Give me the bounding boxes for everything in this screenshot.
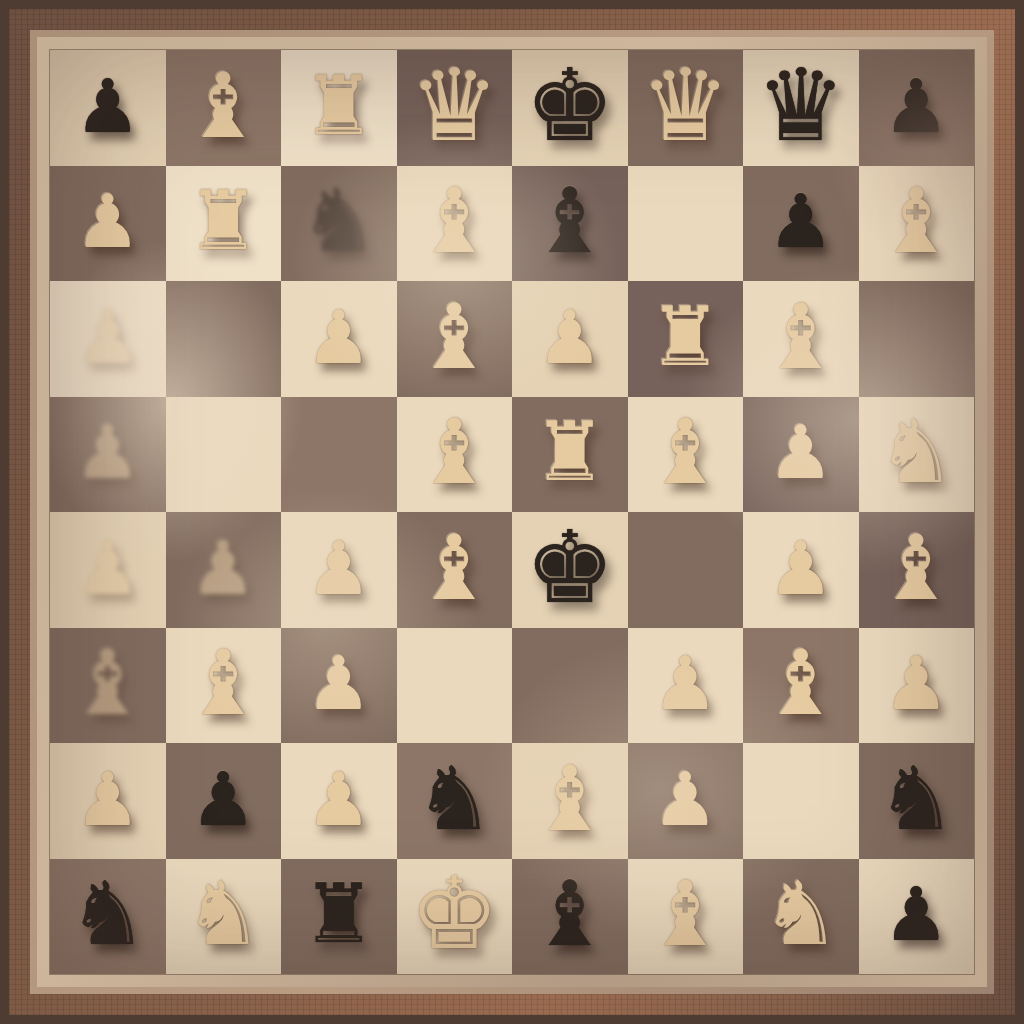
square-b3[interactable]: ♝ bbox=[166, 628, 282, 744]
piece-white-bishop-d6[interactable]: ♝ bbox=[414, 292, 495, 382]
piece-white-knight-b1[interactable]: ♞ bbox=[184, 870, 263, 958]
piece-white-pawn-g5[interactable]: ♟ bbox=[768, 415, 834, 489]
square-d1[interactable]: ♚ bbox=[397, 859, 513, 975]
square-c4[interactable]: ♟ bbox=[281, 512, 397, 628]
square-a5[interactable]: ♟ bbox=[50, 397, 166, 513]
square-g7[interactable]: ♟ bbox=[743, 166, 859, 282]
square-c2[interactable]: ♟ bbox=[281, 743, 397, 859]
piece-white-king-d1[interactable]: ♚ bbox=[409, 864, 499, 964]
square-b4[interactable]: ♟ bbox=[166, 512, 282, 628]
square-e1[interactable]: ♝ bbox=[512, 859, 628, 975]
piece-black-pawn-b2[interactable]: ♟ bbox=[190, 762, 256, 836]
square-e5[interactable]: ♜ bbox=[512, 397, 628, 513]
chess-board: ♟♝♜♛♚♛♛♟♟♜♞♝♝♟♝♟♟♝♟♜♝♟♝♜♝♟♞♟♟♟♝♚♟♝♝♝♟♟♝♟… bbox=[50, 50, 974, 974]
piece-white-pawn-g4[interactable]: ♟ bbox=[768, 531, 834, 605]
square-d7[interactable]: ♝ bbox=[397, 166, 513, 282]
square-g3[interactable]: ♝ bbox=[743, 628, 859, 744]
square-f6[interactable]: ♜ bbox=[628, 281, 744, 397]
piece-white-knight-h5[interactable]: ♞ bbox=[877, 408, 956, 496]
board-frame-outer-edge: ♟♝♜♛♚♛♛♟♟♜♞♝♝♟♝♟♟♝♟♜♝♟♝♜♝♟♞♟♟♟♝♚♟♝♝♝♟♟♝♟… bbox=[0, 0, 1024, 1024]
piece-white-pawn-c2[interactable]: ♟ bbox=[306, 762, 372, 836]
square-d2[interactable]: ♞ bbox=[397, 743, 513, 859]
square-d8[interactable]: ♛ bbox=[397, 50, 513, 166]
square-c1[interactable]: ♜ bbox=[281, 859, 397, 975]
square-h3[interactable]: ♟ bbox=[859, 628, 975, 744]
piece-white-pawn-c4[interactable]: ♟ bbox=[306, 531, 372, 605]
square-c3[interactable]: ♟ bbox=[281, 628, 397, 744]
square-e4[interactable]: ♚ bbox=[512, 512, 628, 628]
piece-white-pawn-e6[interactable]: ♟ bbox=[537, 300, 603, 374]
piece-black-bishop-e1[interactable]: ♝ bbox=[529, 869, 610, 959]
piece-black-knight-c7[interactable]: ♞ bbox=[299, 177, 378, 265]
piece-white-bishop-d5[interactable]: ♝ bbox=[414, 407, 495, 497]
piece-black-pawn-h1[interactable]: ♟ bbox=[883, 877, 949, 951]
square-g8[interactable]: ♛ bbox=[743, 50, 859, 166]
piece-white-bishop-b8[interactable]: ♝ bbox=[183, 61, 264, 151]
piece-white-pawn-a4[interactable]: ♟ bbox=[75, 531, 141, 605]
square-h7[interactable]: ♝ bbox=[859, 166, 975, 282]
piece-white-bishop-f1[interactable]: ♝ bbox=[645, 869, 726, 959]
board-frame-inner-lip: ♟♝♜♛♚♛♛♟♟♜♞♝♝♟♝♟♟♝♟♜♝♟♝♜♝♟♞♟♟♟♝♚♟♝♝♝♟♟♝♟… bbox=[30, 30, 994, 994]
piece-white-pawn-c6[interactable]: ♟ bbox=[306, 300, 372, 374]
square-h4[interactable]: ♝ bbox=[859, 512, 975, 628]
piece-white-bishop-g3[interactable]: ♝ bbox=[760, 638, 841, 728]
square-f8[interactable]: ♛ bbox=[628, 50, 744, 166]
square-c6[interactable]: ♟ bbox=[281, 281, 397, 397]
piece-black-knight-h2[interactable]: ♞ bbox=[877, 755, 956, 843]
square-a1[interactable]: ♞ bbox=[50, 859, 166, 975]
piece-black-rook-c1[interactable]: ♜ bbox=[302, 873, 376, 955]
square-d3[interactable] bbox=[397, 628, 513, 744]
square-c5[interactable] bbox=[281, 397, 397, 513]
piece-white-bishop-f5[interactable]: ♝ bbox=[645, 407, 726, 497]
piece-white-knight-g1[interactable]: ♞ bbox=[761, 870, 840, 958]
piece-white-bishop-d4[interactable]: ♝ bbox=[414, 523, 495, 613]
square-h2[interactable]: ♞ bbox=[859, 743, 975, 859]
square-b5[interactable] bbox=[166, 397, 282, 513]
piece-white-pawn-a2[interactable]: ♟ bbox=[75, 762, 141, 836]
piece-white-pawn-b4[interactable]: ♟ bbox=[190, 531, 256, 605]
piece-black-knight-a1[interactable]: ♞ bbox=[68, 870, 147, 958]
piece-white-queen-f8[interactable]: ♛ bbox=[640, 56, 730, 156]
piece-white-pawn-c3[interactable]: ♟ bbox=[306, 646, 372, 720]
square-f2[interactable]: ♟ bbox=[628, 743, 744, 859]
square-d5[interactable]: ♝ bbox=[397, 397, 513, 513]
square-a4[interactable]: ♟ bbox=[50, 512, 166, 628]
piece-white-bishop-h7[interactable]: ♝ bbox=[876, 176, 957, 266]
piece-white-pawn-a7[interactable]: ♟ bbox=[75, 184, 141, 258]
square-d6[interactable]: ♝ bbox=[397, 281, 513, 397]
square-f4[interactable] bbox=[628, 512, 744, 628]
square-e8[interactable]: ♚ bbox=[512, 50, 628, 166]
board-wooden-frame: ♟♝♜♛♚♛♛♟♟♜♞♝♝♟♝♟♟♝♟♜♝♟♝♜♝♟♞♟♟♟♝♚♟♝♝♝♟♟♝♟… bbox=[9, 9, 1015, 1015]
piece-white-pawn-h3[interactable]: ♟ bbox=[883, 646, 949, 720]
square-g6[interactable]: ♝ bbox=[743, 281, 859, 397]
square-e7[interactable]: ♝ bbox=[512, 166, 628, 282]
square-c8[interactable]: ♜ bbox=[281, 50, 397, 166]
square-b8[interactable]: ♝ bbox=[166, 50, 282, 166]
square-a6[interactable]: ♟ bbox=[50, 281, 166, 397]
piece-white-rook-e5[interactable]: ♜ bbox=[533, 411, 607, 493]
square-f3[interactable]: ♟ bbox=[628, 628, 744, 744]
piece-white-queen-d8[interactable]: ♛ bbox=[409, 56, 499, 156]
piece-white-pawn-a5[interactable]: ♟ bbox=[75, 415, 141, 489]
square-g4[interactable]: ♟ bbox=[743, 512, 859, 628]
piece-white-bishop-d7[interactable]: ♝ bbox=[414, 176, 495, 266]
piece-white-rook-f6[interactable]: ♜ bbox=[648, 296, 722, 378]
square-b6[interactable] bbox=[166, 281, 282, 397]
square-e3[interactable] bbox=[512, 628, 628, 744]
square-f5[interactable]: ♝ bbox=[628, 397, 744, 513]
square-b7[interactable]: ♜ bbox=[166, 166, 282, 282]
piece-white-bishop-a3[interactable]: ♝ bbox=[67, 638, 148, 728]
square-a2[interactable]: ♟ bbox=[50, 743, 166, 859]
board-apron: ♟♝♜♛♚♛♛♟♟♜♞♝♝♟♝♟♟♝♟♜♝♟♝♜♝♟♞♟♟♟♝♚♟♝♝♝♟♟♝♟… bbox=[37, 37, 987, 987]
square-h8[interactable]: ♟ bbox=[859, 50, 975, 166]
square-h5[interactable]: ♞ bbox=[859, 397, 975, 513]
piece-white-bishop-h4[interactable]: ♝ bbox=[876, 523, 957, 613]
square-c7[interactable]: ♞ bbox=[281, 166, 397, 282]
square-g5[interactable]: ♟ bbox=[743, 397, 859, 513]
piece-white-rook-b7[interactable]: ♜ bbox=[186, 180, 260, 262]
piece-black-pawn-a8[interactable]: ♟ bbox=[75, 69, 141, 143]
square-e6[interactable]: ♟ bbox=[512, 281, 628, 397]
piece-black-pawn-h8[interactable]: ♟ bbox=[883, 69, 949, 143]
square-f1[interactable]: ♝ bbox=[628, 859, 744, 975]
square-a7[interactable]: ♟ bbox=[50, 166, 166, 282]
piece-black-king-e4[interactable]: ♚ bbox=[525, 518, 615, 618]
piece-black-king-e8[interactable]: ♚ bbox=[525, 56, 615, 156]
square-b2[interactable]: ♟ bbox=[166, 743, 282, 859]
piece-black-bishop-e7[interactable]: ♝ bbox=[529, 176, 610, 266]
piece-white-pawn-f2[interactable]: ♟ bbox=[652, 762, 718, 836]
square-a3[interactable]: ♝ bbox=[50, 628, 166, 744]
piece-black-pawn-g7[interactable]: ♟ bbox=[768, 184, 834, 258]
square-g1[interactable]: ♞ bbox=[743, 859, 859, 975]
square-h6[interactable] bbox=[859, 281, 975, 397]
chess-photo-scene: ♟♝♜♛♚♛♛♟♟♜♞♝♝♟♝♟♟♝♟♜♝♟♝♜♝♟♞♟♟♟♝♚♟♝♝♝♟♟♝♟… bbox=[0, 0, 1024, 1024]
piece-black-queen-g8[interactable]: ♛ bbox=[756, 56, 846, 156]
piece-black-knight-d2[interactable]: ♞ bbox=[415, 755, 494, 843]
piece-white-bishop-e2[interactable]: ♝ bbox=[529, 754, 610, 844]
piece-white-bishop-g6[interactable]: ♝ bbox=[760, 292, 841, 382]
square-a8[interactable]: ♟ bbox=[50, 50, 166, 166]
square-g2[interactable] bbox=[743, 743, 859, 859]
square-h1[interactable]: ♟ bbox=[859, 859, 975, 975]
piece-white-pawn-a6[interactable]: ♟ bbox=[75, 300, 141, 374]
piece-white-pawn-f3[interactable]: ♟ bbox=[652, 646, 718, 720]
square-e2[interactable]: ♝ bbox=[512, 743, 628, 859]
square-b1[interactable]: ♞ bbox=[166, 859, 282, 975]
piece-white-bishop-b3[interactable]: ♝ bbox=[183, 638, 264, 728]
square-f7[interactable] bbox=[628, 166, 744, 282]
square-d4[interactable]: ♝ bbox=[397, 512, 513, 628]
piece-white-rook-c8[interactable]: ♜ bbox=[302, 65, 376, 147]
